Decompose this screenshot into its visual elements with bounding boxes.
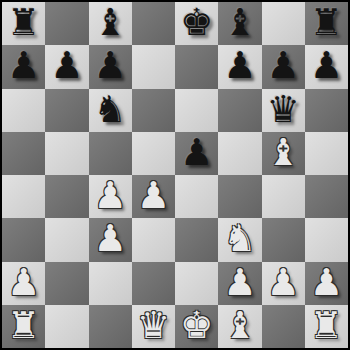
square-d3[interactable]: [132, 218, 175, 261]
black-pawn[interactable]: ♟: [50, 47, 83, 84]
white-pawn[interactable]: ♟: [137, 177, 170, 214]
square-e7[interactable]: [175, 45, 218, 88]
square-d8[interactable]: [132, 2, 175, 45]
square-d5[interactable]: [132, 132, 175, 175]
square-b7[interactable]: ♟: [45, 45, 88, 88]
square-d2[interactable]: [132, 262, 175, 305]
square-c6[interactable]: ♞: [89, 89, 132, 132]
square-f2[interactable]: ♟: [218, 262, 261, 305]
white-pawn[interactable]: ♟: [94, 220, 127, 257]
black-pawn[interactable]: ♟: [94, 47, 127, 84]
square-h5[interactable]: [305, 132, 348, 175]
black-pawn[interactable]: ♟: [310, 47, 343, 84]
square-g6[interactable]: ♛: [262, 89, 305, 132]
square-e1[interactable]: ♚: [175, 305, 218, 348]
square-e5[interactable]: ♟: [175, 132, 218, 175]
square-e8[interactable]: ♚: [175, 2, 218, 45]
square-b4[interactable]: [45, 175, 88, 218]
black-queen[interactable]: ♛: [267, 91, 300, 128]
square-f4[interactable]: [218, 175, 261, 218]
square-f8[interactable]: ♝: [218, 2, 261, 45]
square-c3[interactable]: ♟: [89, 218, 132, 261]
black-pawn[interactable]: ♟: [223, 47, 256, 84]
black-pawn[interactable]: ♟: [267, 47, 300, 84]
square-h4[interactable]: [305, 175, 348, 218]
white-pawn[interactable]: ♟: [267, 264, 300, 301]
square-f5[interactable]: [218, 132, 261, 175]
square-h6[interactable]: [305, 89, 348, 132]
black-rook[interactable]: ♜: [7, 4, 40, 41]
white-pawn[interactable]: ♟: [223, 264, 256, 301]
square-e3[interactable]: [175, 218, 218, 261]
square-g8[interactable]: [262, 2, 305, 45]
square-g3[interactable]: [262, 218, 305, 261]
square-a1[interactable]: ♜: [2, 305, 45, 348]
square-a6[interactable]: [2, 89, 45, 132]
white-knight[interactable]: ♞: [223, 220, 256, 257]
square-e4[interactable]: [175, 175, 218, 218]
black-king[interactable]: ♚: [180, 4, 213, 41]
square-c8[interactable]: ♝: [89, 2, 132, 45]
square-g4[interactable]: [262, 175, 305, 218]
square-f3[interactable]: ♞: [218, 218, 261, 261]
square-h7[interactable]: ♟: [305, 45, 348, 88]
square-h1[interactable]: ♜: [305, 305, 348, 348]
square-e2[interactable]: [175, 262, 218, 305]
square-d1[interactable]: ♛: [132, 305, 175, 348]
black-pawn[interactable]: ♟: [180, 134, 213, 171]
square-g5[interactable]: ♝: [262, 132, 305, 175]
square-h8[interactable]: ♜: [305, 2, 348, 45]
white-queen[interactable]: ♛: [137, 307, 170, 344]
square-c2[interactable]: [89, 262, 132, 305]
white-bishop[interactable]: ♝: [267, 134, 300, 171]
square-a7[interactable]: ♟: [2, 45, 45, 88]
square-d4[interactable]: ♟: [132, 175, 175, 218]
square-c4[interactable]: ♟: [89, 175, 132, 218]
white-pawn[interactable]: ♟: [94, 177, 127, 214]
black-knight[interactable]: ♞: [94, 91, 127, 128]
white-bishop[interactable]: ♝: [223, 307, 256, 344]
square-d7[interactable]: [132, 45, 175, 88]
square-h2[interactable]: ♟: [305, 262, 348, 305]
square-a5[interactable]: [2, 132, 45, 175]
white-pawn[interactable]: ♟: [310, 264, 343, 301]
black-bishop[interactable]: ♝: [223, 4, 256, 41]
square-f6[interactable]: [218, 89, 261, 132]
square-f7[interactable]: ♟: [218, 45, 261, 88]
square-c1[interactable]: [89, 305, 132, 348]
square-g2[interactable]: ♟: [262, 262, 305, 305]
square-g1[interactable]: [262, 305, 305, 348]
square-a2[interactable]: ♟: [2, 262, 45, 305]
chess-board: ♜♝♚♝♜♟♟♟♟♟♟♞♛♟♝♟♟♟♞♟♟♟♟♜♛♚♝♜: [0, 0, 350, 350]
square-b1[interactable]: [45, 305, 88, 348]
black-rook[interactable]: ♜: [310, 4, 343, 41]
square-c7[interactable]: ♟: [89, 45, 132, 88]
square-g7[interactable]: ♟: [262, 45, 305, 88]
white-pawn[interactable]: ♟: [7, 264, 40, 301]
black-bishop[interactable]: ♝: [94, 4, 127, 41]
black-pawn[interactable]: ♟: [7, 47, 40, 84]
square-b3[interactable]: [45, 218, 88, 261]
square-h3[interactable]: [305, 218, 348, 261]
square-c5[interactable]: [89, 132, 132, 175]
square-b5[interactable]: [45, 132, 88, 175]
square-b6[interactable]: [45, 89, 88, 132]
white-king[interactable]: ♚: [180, 307, 213, 344]
square-a4[interactable]: [2, 175, 45, 218]
square-b8[interactable]: [45, 2, 88, 45]
square-a3[interactable]: [2, 218, 45, 261]
white-rook[interactable]: ♜: [310, 307, 343, 344]
square-b2[interactable]: [45, 262, 88, 305]
square-d6[interactable]: [132, 89, 175, 132]
square-e6[interactable]: [175, 89, 218, 132]
square-a8[interactable]: ♜: [2, 2, 45, 45]
square-f1[interactable]: ♝: [218, 305, 261, 348]
white-rook[interactable]: ♜: [7, 307, 40, 344]
